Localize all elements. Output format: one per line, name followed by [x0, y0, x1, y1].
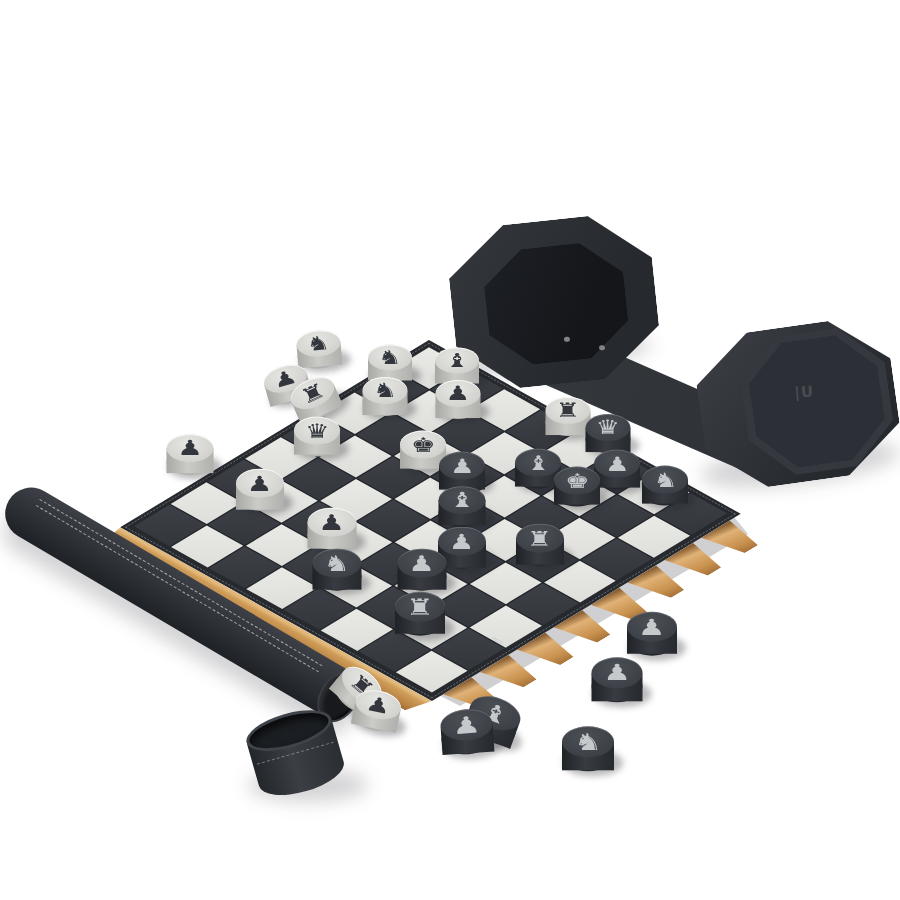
black-queen-f7-glyph: ♛ [596, 416, 621, 439]
black-knight-h5[interactable]: ♞ [642, 466, 688, 506]
white-pawn-e3[interactable]: ♟ [308, 508, 357, 550]
brand-logo-mark: |U [794, 382, 815, 401]
white-pawn-c7-glyph: ♟ [446, 382, 471, 405]
black-pawn-d5-glyph: ♟ [450, 454, 475, 477]
white-knight-b6[interactable]: ♞ [363, 377, 408, 416]
white-pawn-c7[interactable]: ♟ [436, 380, 481, 419]
white-rook-e8[interactable]: ♜ [546, 397, 591, 436]
black-pawn-d2-glyph: ♟ [449, 529, 475, 553]
black-queen-f7[interactable]: ♛ [586, 414, 631, 453]
white-pawn-c3[interactable]: ♟ [236, 469, 284, 511]
white-king-c5-glyph: ♚ [411, 433, 436, 456]
black-pawn-floor-1: ♟ [627, 612, 677, 656]
white-bishop-b8-glyph: ♝ [445, 349, 469, 371]
black-pawn-floor-2-glyph: ♟ [603, 660, 631, 686]
white-queen-b4-glyph: ♛ [305, 419, 330, 442]
white-rook-e8-glyph: ♜ [556, 399, 581, 422]
white-knight-b6-glyph: ♞ [373, 379, 398, 402]
black-pawn-floor-2: ♟ [592, 657, 643, 702]
black-knight-h5-glyph: ♞ [653, 468, 678, 491]
black-knight-floor-glyph: ♞ [574, 728, 603, 755]
black-pawn-floor-1-glyph: ♟ [638, 614, 666, 640]
black-pawn-floor-3: ♟ [439, 708, 494, 757]
black-pawn-floor-3-glyph: ♟ [451, 710, 481, 739]
octagon-ring-interior [481, 239, 632, 369]
black-rook-e2[interactable]: ♜ [395, 592, 445, 636]
white-queen-b4[interactable]: ♛ [294, 417, 340, 457]
black-king-f6[interactable]: ♚ [554, 467, 600, 507]
black-rook-e2-glyph: ♜ [406, 594, 434, 620]
snap-rivet [599, 345, 605, 351]
black-knight-c2-glyph: ♞ [324, 551, 351, 576]
white-pawn-c3-glyph: ♟ [247, 471, 273, 495]
black-rook-f4[interactable]: ♜ [516, 524, 564, 566]
white-pawn-by-tube-glyph: ♟ [364, 691, 393, 719]
white-pawn-e3-glyph: ♟ [319, 510, 346, 535]
white-pawn-by-tube: ♟ [350, 686, 403, 735]
black-bishop-e6-glyph: ♝ [526, 451, 551, 474]
black-pawn-d3-glyph: ♟ [409, 551, 436, 576]
white-pawn-a3-glyph: ♟ [177, 436, 203, 460]
black-knight-floor: ♞ [562, 726, 614, 771]
black-pawn-d3[interactable]: ♟ [398, 549, 447, 591]
black-pawn-g6[interactable]: ♟ [594, 450, 640, 490]
black-king-f6-glyph: ♚ [565, 469, 590, 492]
black-knight-c2[interactable]: ♞ [313, 549, 362, 591]
black-pawn-g6-glyph: ♟ [605, 452, 630, 475]
black-bishop-d4[interactable]: ♝ [439, 486, 486, 527]
white-knight-a7-glyph: ♞ [378, 346, 402, 368]
black-rook-f4-glyph: ♜ [527, 526, 553, 550]
black-bishop-d4-glyph: ♝ [449, 488, 475, 512]
white-pawn-a3[interactable]: ♟ [167, 434, 214, 475]
white-knight-floor-1-glyph: ♞ [306, 331, 332, 355]
product-photo-canvas: { "meta": { "description": "Overhead-ang… [0, 0, 900, 900]
